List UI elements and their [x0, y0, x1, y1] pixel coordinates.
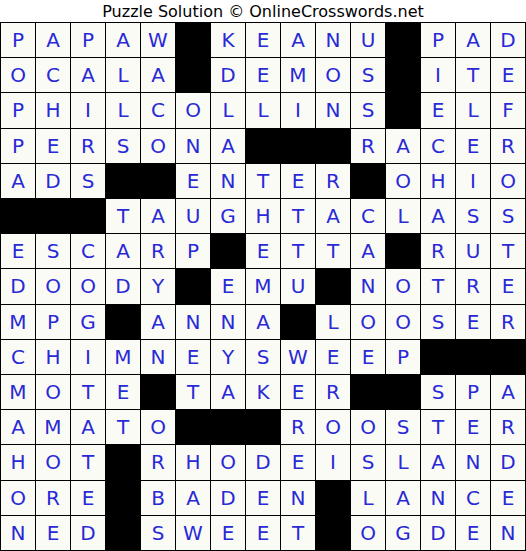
letter-cell: O: [141, 410, 175, 444]
black-cell: [106, 445, 140, 479]
letter-cell: R: [421, 234, 455, 268]
letter-cell: N: [176, 129, 210, 163]
letter-cell: N: [351, 269, 385, 303]
letter-cell: N: [1, 516, 35, 550]
letter-cell: E: [211, 516, 245, 550]
letter-cell: M: [106, 340, 140, 374]
letter-cell: A: [456, 23, 490, 57]
letter-cell: Y: [211, 340, 245, 374]
letter-cell: E: [316, 340, 350, 374]
letter-cell: A: [386, 481, 420, 515]
letter-cell: D: [1, 269, 35, 303]
letter-cell: A: [71, 410, 105, 444]
letter-cell: L: [386, 199, 420, 233]
letter-cell: C: [71, 234, 105, 268]
letter-cell: T: [456, 58, 490, 92]
black-cell: [316, 269, 350, 303]
black-cell: [386, 23, 420, 57]
letter-cell: A: [71, 58, 105, 92]
black-cell: [176, 269, 210, 303]
black-cell: [36, 199, 70, 233]
letter-cell: A: [491, 375, 525, 409]
black-cell: [106, 516, 140, 550]
letter-cell: R: [71, 129, 105, 163]
letter-cell: L: [386, 445, 420, 479]
letter-cell: L: [246, 93, 280, 127]
letter-cell: G: [211, 199, 245, 233]
letter-cell: H: [1, 445, 35, 479]
letter-cell: M: [246, 269, 280, 303]
letter-cell: I: [71, 93, 105, 127]
black-cell: [106, 305, 140, 339]
letter-cell: L: [106, 58, 140, 92]
black-cell: [386, 234, 420, 268]
letter-cell: R: [141, 234, 175, 268]
letter-cell: T: [176, 375, 210, 409]
black-cell: [281, 305, 315, 339]
letter-cell: S: [351, 93, 385, 127]
black-cell: [386, 375, 420, 409]
letter-cell: A: [106, 23, 140, 57]
letter-cell: E: [351, 340, 385, 374]
letter-cell: A: [106, 234, 140, 268]
letter-cell: T: [421, 269, 455, 303]
letter-cell: S: [351, 58, 385, 92]
black-cell: [316, 481, 350, 515]
letter-cell: P: [1, 93, 35, 127]
letter-cell: T: [106, 410, 140, 444]
letter-cell: E: [246, 234, 280, 268]
letter-cell: O: [316, 410, 350, 444]
black-cell: [211, 234, 245, 268]
letter-cell: L: [456, 93, 490, 127]
letter-cell: D: [106, 269, 140, 303]
letter-cell: M: [1, 305, 35, 339]
letter-cell: O: [71, 269, 105, 303]
letter-cell: T: [246, 164, 280, 198]
letter-cell: A: [421, 445, 455, 479]
letter-cell: C: [141, 93, 175, 127]
letter-cell: N: [456, 445, 490, 479]
letter-cell: O: [36, 269, 70, 303]
letter-cell: T: [281, 199, 315, 233]
letter-cell: W: [176, 516, 210, 550]
letter-cell: T: [71, 445, 105, 479]
letter-cell: I: [71, 340, 105, 374]
letter-cell: R: [141, 445, 175, 479]
letter-cell: K: [211, 23, 245, 57]
letter-cell: O: [141, 129, 175, 163]
letter-cell: P: [36, 305, 70, 339]
letter-cell: D: [36, 164, 70, 198]
letter-cell: R: [281, 410, 315, 444]
letter-cell: A: [386, 129, 420, 163]
letter-cell: H: [246, 199, 280, 233]
letter-cell: I: [421, 58, 455, 92]
letter-cell: S: [421, 375, 455, 409]
black-cell: [1, 199, 35, 233]
black-cell: [456, 340, 490, 374]
letter-cell: A: [421, 199, 455, 233]
letter-cell: E: [491, 58, 525, 92]
letter-cell: M: [281, 58, 315, 92]
letter-cell: U: [456, 234, 490, 268]
letter-cell: O: [1, 481, 35, 515]
letter-cell: A: [211, 129, 245, 163]
letter-cell: K: [246, 375, 280, 409]
black-cell: [106, 164, 140, 198]
page-title: Puzzle Solution © OnlineCrosswords.net: [0, 0, 526, 22]
black-cell: [71, 199, 105, 233]
letter-cell: C: [36, 58, 70, 92]
letter-cell: A: [281, 23, 315, 57]
letter-cell: O: [36, 375, 70, 409]
letter-cell: T: [281, 516, 315, 550]
letter-cell: S: [71, 164, 105, 198]
letter-cell: P: [71, 23, 105, 57]
letter-cell: R: [351, 129, 385, 163]
letter-cell: N: [421, 481, 455, 515]
letter-cell: P: [176, 234, 210, 268]
letter-cell: H: [176, 445, 210, 479]
letter-cell: O: [351, 305, 385, 339]
letter-cell: E: [71, 481, 105, 515]
letter-cell: S: [106, 129, 140, 163]
letter-cell: E: [36, 129, 70, 163]
letter-cell: N: [211, 164, 245, 198]
letter-cell: O: [386, 305, 420, 339]
letter-cell: G: [386, 516, 420, 550]
letter-cell: E: [456, 305, 490, 339]
letter-cell: I: [316, 445, 350, 479]
letter-cell: O: [386, 164, 420, 198]
letter-cell: A: [36, 23, 70, 57]
letter-cell: A: [141, 199, 175, 233]
letter-cell: O: [351, 516, 385, 550]
black-cell: [176, 410, 210, 444]
letter-cell: U: [351, 23, 385, 57]
letter-cell: C: [1, 340, 35, 374]
letter-cell: E: [176, 164, 210, 198]
letter-cell: W: [141, 23, 175, 57]
black-cell: [351, 164, 385, 198]
letter-cell: E: [456, 129, 490, 163]
letter-cell: S: [491, 199, 525, 233]
letter-cell: E: [246, 516, 280, 550]
letter-cell: T: [316, 234, 350, 268]
letter-cell: O: [316, 58, 350, 92]
black-cell: [316, 129, 350, 163]
letter-cell: M: [36, 410, 70, 444]
letter-cell: A: [141, 58, 175, 92]
black-cell: [246, 410, 280, 444]
letter-cell: H: [36, 93, 70, 127]
letter-cell: N: [211, 305, 245, 339]
letter-cell: M: [1, 375, 35, 409]
letter-cell: D: [491, 23, 525, 57]
letter-cell: E: [246, 23, 280, 57]
letter-cell: R: [316, 375, 350, 409]
letter-cell: S: [246, 340, 280, 374]
letter-cell: U: [281, 269, 315, 303]
letter-cell: N: [316, 93, 350, 127]
letter-cell: T: [421, 410, 455, 444]
black-cell: [106, 481, 140, 515]
letter-cell: E: [456, 410, 490, 444]
letter-cell: N: [281, 481, 315, 515]
letter-cell: L: [211, 93, 245, 127]
letter-cell: A: [176, 481, 210, 515]
letter-cell: E: [176, 340, 210, 374]
letter-cell: R: [491, 129, 525, 163]
letter-cell: O: [1, 58, 35, 92]
letter-cell: B: [141, 481, 175, 515]
letter-cell: E: [246, 58, 280, 92]
letter-cell: N: [176, 305, 210, 339]
letter-cell: O: [176, 93, 210, 127]
letter-cell: A: [351, 234, 385, 268]
letter-cell: O: [36, 445, 70, 479]
letter-cell: N: [316, 23, 350, 57]
letter-cell: T: [106, 199, 140, 233]
letter-cell: E: [106, 375, 140, 409]
black-cell: [246, 129, 280, 163]
letter-cell: E: [1, 234, 35, 268]
letter-cell: D: [421, 516, 455, 550]
letter-cell: R: [491, 305, 525, 339]
letter-cell: P: [421, 23, 455, 57]
letter-cell: A: [141, 305, 175, 339]
letter-cell: H: [421, 164, 455, 198]
letter-cell: W: [281, 340, 315, 374]
letter-cell: E: [211, 269, 245, 303]
letter-cell: A: [1, 164, 35, 198]
letter-cell: E: [456, 516, 490, 550]
letter-cell: A: [316, 199, 350, 233]
letter-cell: S: [351, 445, 385, 479]
letter-cell: S: [421, 305, 455, 339]
letter-cell: S: [36, 234, 70, 268]
letter-cell: P: [1, 129, 35, 163]
letter-cell: E: [491, 481, 525, 515]
letter-cell: D: [491, 445, 525, 479]
letter-cell: R: [491, 410, 525, 444]
letter-cell: P: [456, 375, 490, 409]
letter-cell: O: [386, 269, 420, 303]
letter-cell: N: [491, 516, 525, 550]
letter-cell: O: [491, 164, 525, 198]
black-cell: [386, 93, 420, 127]
letter-cell: T: [281, 234, 315, 268]
black-cell: [281, 129, 315, 163]
letter-cell: E: [281, 164, 315, 198]
black-cell: [421, 340, 455, 374]
letter-cell: C: [351, 199, 385, 233]
letter-cell: L: [351, 481, 385, 515]
black-cell: [176, 58, 210, 92]
letter-cell: E: [491, 269, 525, 303]
letter-cell: O: [351, 410, 385, 444]
letter-cell: E: [36, 516, 70, 550]
letter-cell: E: [281, 445, 315, 479]
letter-cell: D: [71, 516, 105, 550]
letter-cell: D: [211, 58, 245, 92]
letter-cell: C: [421, 129, 455, 163]
letter-cell: L: [106, 93, 140, 127]
black-cell: [141, 164, 175, 198]
black-cell: [176, 23, 210, 57]
letter-cell: R: [456, 269, 490, 303]
letter-cell: T: [71, 375, 105, 409]
black-cell: [316, 516, 350, 550]
letter-cell: T: [491, 234, 525, 268]
letter-cell: A: [211, 375, 245, 409]
letter-cell: D: [211, 481, 245, 515]
letter-cell: D: [246, 445, 280, 479]
letter-cell: L: [316, 305, 350, 339]
letter-cell: E: [421, 93, 455, 127]
letter-cell: E: [281, 375, 315, 409]
letter-cell: G: [71, 305, 105, 339]
letter-cell: A: [246, 305, 280, 339]
puzzle-solution-page: Puzzle Solution © OnlineCrosswords.net P…: [0, 0, 526, 551]
letter-cell: I: [456, 164, 490, 198]
crossword-grid: PAPAWKEANUPADOCALADEMOSITEPHILCOLLINSELF…: [0, 22, 526, 551]
letter-cell: O: [211, 445, 245, 479]
letter-cell: S: [456, 199, 490, 233]
letter-cell: I: [281, 93, 315, 127]
black-cell: [386, 58, 420, 92]
black-cell: [141, 375, 175, 409]
letter-cell: H: [36, 340, 70, 374]
black-cell: [211, 410, 245, 444]
letter-cell: S: [141, 516, 175, 550]
letter-cell: P: [386, 340, 420, 374]
letter-cell: E: [246, 481, 280, 515]
letter-cell: U: [176, 199, 210, 233]
letter-cell: R: [36, 481, 70, 515]
black-cell: [351, 375, 385, 409]
letter-cell: C: [456, 481, 490, 515]
letter-cell: R: [316, 164, 350, 198]
letter-cell: A: [1, 410, 35, 444]
letter-cell: Y: [141, 269, 175, 303]
letter-cell: F: [491, 93, 525, 127]
letter-cell: N: [141, 340, 175, 374]
letter-cell: S: [386, 410, 420, 444]
black-cell: [491, 340, 525, 374]
letter-cell: P: [1, 23, 35, 57]
